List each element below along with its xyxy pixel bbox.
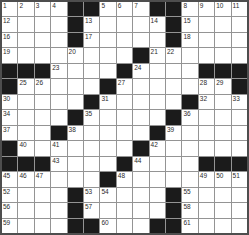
clue-number: 21 (151, 48, 158, 56)
crossword-cell[interactable]: 34 (2, 110, 17, 124)
black-square (68, 33, 83, 47)
clue-number: 30 (3, 95, 10, 103)
crossword-cell[interactable] (199, 33, 214, 47)
clue-number: 25 (19, 79, 26, 87)
clue-number: 17 (85, 33, 92, 41)
crossword-cell[interactable] (150, 95, 165, 109)
crossword-cell[interactable] (68, 79, 83, 93)
crossword-cell[interactable]: 50 (215, 172, 230, 186)
crossword-cell[interactable] (166, 79, 181, 93)
clue-number: 29 (216, 79, 223, 87)
crossword-cell[interactable] (133, 110, 148, 124)
clue-number: 51 (233, 172, 240, 180)
clue-number: 40 (19, 141, 26, 149)
black-square (150, 219, 165, 233)
clue-number: 42 (151, 141, 158, 149)
crossword-cell[interactable]: 21 (150, 48, 165, 62)
crossword-cell[interactable]: 9 (199, 2, 214, 16)
black-square (68, 2, 83, 16)
clue-number: 16 (3, 33, 10, 41)
crossword-cell[interactable] (18, 126, 33, 140)
crossword-cell[interactable]: 29 (215, 79, 230, 93)
crossword-cell[interactable] (84, 64, 99, 78)
crossword-cell[interactable] (215, 33, 230, 47)
crossword-cell[interactable] (68, 141, 83, 155)
crossword-cell[interactable] (35, 110, 50, 124)
crossword-cell[interactable] (35, 17, 50, 31)
clue-number: 7 (134, 2, 138, 10)
crossword-cell[interactable]: 20 (68, 48, 83, 62)
crossword-cell[interactable] (117, 95, 132, 109)
crossword-cell[interactable]: 49 (199, 172, 214, 186)
crossword-cell[interactable] (84, 79, 99, 93)
crossword-cell[interactable]: 12 (2, 17, 17, 31)
crossword-cell[interactable] (18, 17, 33, 31)
crossword-cell[interactable]: 53 (84, 188, 99, 202)
crossword-cell[interactable] (84, 141, 99, 155)
crossword-cell[interactable] (199, 141, 214, 155)
crossword-cell[interactable]: 14 (150, 17, 165, 31)
crossword-cell[interactable] (150, 157, 165, 171)
crossword-cell[interactable]: 56 (2, 203, 17, 217)
black-square (68, 17, 83, 31)
crossword-cell[interactable] (100, 141, 115, 155)
black-square (232, 64, 247, 78)
clue-number: 23 (52, 64, 59, 72)
crossword-cell[interactable] (150, 110, 165, 124)
black-square (117, 157, 132, 171)
clue-number: 11 (233, 2, 240, 10)
black-square (215, 64, 230, 78)
black-square (232, 79, 247, 93)
crossword-cell[interactable] (199, 126, 214, 140)
black-square (68, 110, 83, 124)
crossword-cell[interactable] (150, 203, 165, 217)
black-square (35, 64, 50, 78)
crossword-cell[interactable] (35, 33, 50, 47)
crossword-cell[interactable] (35, 48, 50, 62)
crossword-cell[interactable] (182, 48, 197, 62)
crossword-cell[interactable] (215, 141, 230, 155)
crossword-cell[interactable] (182, 172, 197, 186)
crossword-cell[interactable] (182, 64, 197, 78)
clue-number: 31 (101, 95, 108, 103)
black-square (133, 48, 148, 62)
crossword-cell[interactable] (133, 172, 148, 186)
crossword-cell[interactable] (51, 48, 66, 62)
crossword-cell[interactable]: 19 (2, 48, 17, 62)
black-square (2, 64, 17, 78)
crossword-cell[interactable]: 44 (133, 157, 148, 171)
crossword-cell[interactable] (35, 141, 50, 155)
black-square (133, 141, 148, 155)
black-square (166, 203, 181, 217)
crossword-cell[interactable] (35, 188, 50, 202)
clue-number: 44 (134, 157, 141, 165)
black-square (68, 203, 83, 217)
black-square (215, 157, 230, 171)
crossword-cell[interactable]: 58 (182, 203, 197, 217)
clue-number: 41 (52, 141, 59, 149)
crossword-cell[interactable] (100, 48, 115, 62)
crossword-cell[interactable]: 36 (182, 110, 197, 124)
clue-number: 5 (101, 2, 105, 10)
crossword-cell[interactable] (166, 64, 181, 78)
crossword-cell[interactable] (51, 95, 66, 109)
clue-number: 49 (200, 172, 207, 180)
clue-number: 50 (216, 172, 223, 180)
black-square (18, 157, 33, 171)
black-square (2, 141, 17, 155)
crossword-cell[interactable] (68, 95, 83, 109)
black-square (68, 188, 83, 202)
clue-number: 13 (85, 17, 92, 25)
crossword-cell[interactable] (215, 95, 230, 109)
crossword-cell[interactable]: 7 (133, 2, 148, 16)
crossword-cell[interactable]: 51 (232, 172, 247, 186)
crossword-cell[interactable]: 46 (18, 172, 33, 186)
clue-number: 34 (3, 110, 10, 118)
clue-number: 20 (69, 48, 76, 56)
crossword-cell[interactable] (215, 126, 230, 140)
crossword-cell[interactable] (84, 172, 99, 186)
crossword-cell[interactable] (133, 219, 148, 233)
crossword-cell[interactable]: 35 (84, 110, 99, 124)
clue-number: 53 (85, 188, 92, 196)
crossword-cell[interactable] (199, 219, 214, 233)
crossword-cell[interactable] (100, 33, 115, 47)
crossword-cell[interactable]: 25 (18, 79, 33, 93)
crossword-cell[interactable]: 10 (215, 2, 230, 16)
crossword-cell[interactable] (100, 110, 115, 124)
clue-number: 33 (233, 95, 240, 103)
clue-number: 8 (183, 2, 187, 10)
crossword-cell[interactable]: 26 (35, 79, 50, 93)
black-square (166, 110, 181, 124)
crossword-cell[interactable] (51, 79, 66, 93)
crossword-cell[interactable] (35, 203, 50, 217)
crossword-cell[interactable] (133, 79, 148, 93)
black-square (166, 2, 181, 16)
clue-number: 60 (101, 219, 108, 227)
crossword-cell[interactable] (232, 141, 247, 155)
crossword-cell[interactable] (232, 48, 247, 62)
clue-number: 57 (85, 203, 92, 211)
crossword-cell[interactable] (100, 203, 115, 217)
clue-number: 54 (101, 188, 108, 196)
black-square (84, 2, 99, 16)
clue-number: 4 (52, 2, 56, 10)
clue-number: 26 (36, 79, 43, 87)
clue-number: 12 (3, 17, 10, 25)
crossword-cell[interactable]: 24 (133, 64, 148, 78)
clue-number: 32 (200, 95, 207, 103)
crossword-cell[interactable]: 59 (2, 219, 17, 233)
crossword-cell[interactable] (68, 157, 83, 171)
crossword-cell[interactable] (117, 110, 132, 124)
clue-number: 1 (3, 2, 7, 10)
crossword-cell[interactable] (51, 188, 66, 202)
crossword-cell[interactable] (18, 188, 33, 202)
crossword-cell[interactable]: 3 (35, 2, 50, 16)
crossword-cell[interactable] (215, 110, 230, 124)
crossword-cell[interactable] (215, 188, 230, 202)
crossword-cell[interactable] (215, 48, 230, 62)
crossword-cell[interactable] (117, 126, 132, 140)
crossword-cell[interactable] (150, 64, 165, 78)
crossword-cell[interactable] (150, 172, 165, 186)
crossword-cell[interactable] (133, 95, 148, 109)
crossword-cell[interactable]: 8 (182, 2, 197, 16)
crossword-cell[interactable] (117, 17, 132, 31)
crossword-cell[interactable] (215, 17, 230, 31)
crossword-cell[interactable] (100, 64, 115, 78)
crossword-cell[interactable]: 27 (117, 79, 132, 93)
crossword-cell[interactable] (100, 126, 115, 140)
clue-number: 46 (19, 172, 26, 180)
crossword-cell[interactable]: 31 (100, 95, 115, 109)
clue-number: 52 (3, 188, 10, 196)
crossword-cell[interactable] (232, 188, 247, 202)
crossword-cell[interactable] (150, 79, 165, 93)
black-square (68, 219, 83, 233)
crossword-cell[interactable] (133, 203, 148, 217)
crossword-cell[interactable] (232, 203, 247, 217)
crossword-cell[interactable]: 5 (100, 2, 115, 16)
crossword-cell[interactable] (117, 188, 132, 202)
crossword-cell[interactable] (35, 219, 50, 233)
crossword-cell[interactable] (133, 126, 148, 140)
clue-number: 28 (200, 79, 207, 87)
crossword-cell[interactable] (117, 48, 132, 62)
crossword-cell[interactable] (232, 17, 247, 31)
crossword-cell[interactable] (133, 17, 148, 31)
black-square (150, 126, 165, 140)
clue-number: 43 (52, 157, 59, 165)
crossword-cell[interactable] (182, 126, 197, 140)
crossword-cell[interactable] (199, 110, 214, 124)
black-square (166, 33, 181, 47)
crossword-cell[interactable]: 13 (84, 17, 99, 31)
crossword-cell[interactable]: 52 (2, 188, 17, 202)
clue-number: 38 (69, 126, 76, 134)
clue-number: 24 (134, 64, 141, 72)
crossword-cell[interactable] (51, 219, 66, 233)
crossword-cell[interactable] (100, 17, 115, 31)
crossword-cell[interactable]: 2 (18, 2, 33, 16)
crossword-cell[interactable] (182, 157, 197, 171)
crossword-cell[interactable]: 47 (35, 172, 50, 186)
crossword-cell[interactable]: 61 (182, 219, 197, 233)
crossword-cell[interactable]: 23 (51, 64, 66, 78)
crossword-cell[interactable] (117, 219, 132, 233)
crossword-cell[interactable] (117, 203, 132, 217)
black-square (51, 126, 66, 140)
crossword-cell[interactable] (18, 95, 33, 109)
crossword-cell[interactable] (51, 33, 66, 47)
crossword-cell[interactable]: 33 (232, 95, 247, 109)
crossword-cell[interactable] (166, 95, 181, 109)
crossword-cell[interactable] (232, 126, 247, 140)
crossword-cell[interactable] (51, 110, 66, 124)
crossword-cell[interactable] (18, 33, 33, 47)
crossword-cell[interactable] (182, 79, 197, 93)
black-square (84, 95, 99, 109)
crossword-cell[interactable] (232, 219, 247, 233)
crossword-cell[interactable] (133, 188, 148, 202)
crossword-cell[interactable] (84, 126, 99, 140)
crossword-cell[interactable]: 39 (166, 126, 181, 140)
crossword-cell[interactable] (232, 33, 247, 47)
crossword-cell[interactable] (51, 203, 66, 217)
crossword-cell[interactable]: 18 (182, 33, 197, 47)
clue-number: 18 (183, 33, 190, 41)
black-square (150, 2, 165, 16)
crossword-cell[interactable] (84, 48, 99, 62)
crossword-cell[interactable]: 22 (166, 48, 181, 62)
crossword-cell[interactable] (117, 33, 132, 47)
black-square (232, 157, 247, 171)
clue-number: 39 (167, 126, 174, 134)
crossword-cell[interactable] (199, 48, 214, 62)
clue-number: 27 (118, 79, 125, 87)
crossword-cell[interactable] (18, 48, 33, 62)
crossword-cell[interactable] (215, 203, 230, 217)
clue-number: 36 (183, 110, 190, 118)
crossword-cell[interactable]: 55 (182, 188, 197, 202)
crossword-cell[interactable]: 41 (51, 141, 66, 155)
crossword-cell[interactable]: 45 (2, 172, 17, 186)
black-square (100, 79, 115, 93)
clue-number: 47 (36, 172, 43, 180)
clue-number: 56 (3, 203, 10, 211)
black-square (199, 64, 214, 78)
clue-number: 59 (3, 219, 10, 227)
clue-number: 3 (36, 2, 40, 10)
crossword-cell[interactable] (215, 219, 230, 233)
crossword-cell[interactable] (166, 172, 181, 186)
crossword-cell[interactable]: 48 (117, 172, 132, 186)
clue-number: 14 (151, 17, 158, 25)
crossword-cell[interactable] (35, 95, 50, 109)
crossword-grid: 1234567891011121314151617181920212223242… (0, 0, 249, 235)
clue-number: 37 (3, 126, 10, 134)
crossword-cell[interactable]: 15 (182, 17, 197, 31)
crossword-cell[interactable]: 4 (51, 2, 66, 16)
clue-number: 19 (3, 48, 10, 56)
black-square (2, 79, 17, 93)
black-square (182, 95, 197, 109)
clue-number: 55 (183, 188, 190, 196)
crossword-cell[interactable] (199, 203, 214, 217)
black-square (166, 188, 181, 202)
crossword-cell[interactable] (166, 157, 181, 171)
black-square (117, 64, 132, 78)
clue-number: 9 (200, 2, 204, 10)
crossword-cell[interactable] (150, 33, 165, 47)
clue-number: 48 (118, 172, 125, 180)
crossword-cell[interactable] (199, 188, 214, 202)
crossword-cell[interactable] (150, 188, 165, 202)
black-square (166, 17, 181, 31)
black-square (18, 64, 33, 78)
crossword-cell[interactable] (182, 141, 197, 155)
crossword-cell[interactable]: 1 (2, 2, 17, 16)
crossword-cell[interactable] (18, 219, 33, 233)
black-square (166, 219, 181, 233)
crossword-cell[interactable]: 40 (18, 141, 33, 155)
clue-number: 10 (216, 2, 223, 10)
crossword-cell[interactable] (35, 126, 50, 140)
crossword-cell[interactable] (84, 157, 99, 171)
clue-number: 45 (3, 172, 10, 180)
crossword-cell[interactable] (133, 33, 148, 47)
black-square (100, 172, 115, 186)
crossword-cell[interactable] (18, 110, 33, 124)
crossword-cell[interactable] (68, 172, 83, 186)
clue-number: 61 (183, 219, 190, 227)
crossword-cell[interactable]: 28 (199, 79, 214, 93)
clue-number: 6 (118, 2, 122, 10)
crossword-cell[interactable] (68, 64, 83, 78)
crossword-cell[interactable]: 37 (2, 126, 17, 140)
crossword-cell[interactable] (117, 141, 132, 155)
black-square (199, 157, 214, 171)
crossword-cell[interactable]: 57 (84, 203, 99, 217)
crossword-cell[interactable] (232, 110, 247, 124)
clue-number: 22 (167, 48, 174, 56)
crossword-cell[interactable]: 16 (2, 33, 17, 47)
crossword-cell[interactable]: 54 (100, 188, 115, 202)
crossword-cell[interactable]: 32 (199, 95, 214, 109)
crossword-cell[interactable] (166, 141, 181, 155)
crossword-cell[interactable]: 6 (117, 2, 132, 16)
crossword-cell[interactable] (199, 17, 214, 31)
crossword-cell[interactable]: 30 (2, 95, 17, 109)
crossword-cell[interactable]: 60 (100, 219, 115, 233)
crossword-cell[interactable] (51, 172, 66, 186)
crossword-cell[interactable] (18, 203, 33, 217)
clue-number: 15 (183, 17, 190, 25)
crossword-cell[interactable]: 42 (150, 141, 165, 155)
clue-number: 2 (19, 2, 23, 10)
crossword-cell[interactable] (51, 17, 66, 31)
black-square (35, 157, 50, 171)
crossword-cell[interactable] (100, 157, 115, 171)
crossword-cell[interactable]: 17 (84, 33, 99, 47)
black-square (2, 157, 17, 171)
crossword-cell[interactable]: 43 (51, 157, 66, 171)
crossword-cell[interactable]: 38 (68, 126, 83, 140)
black-square (84, 219, 99, 233)
clue-number: 58 (183, 203, 190, 211)
crossword-cell[interactable]: 11 (232, 2, 247, 16)
clue-number: 35 (85, 110, 92, 118)
